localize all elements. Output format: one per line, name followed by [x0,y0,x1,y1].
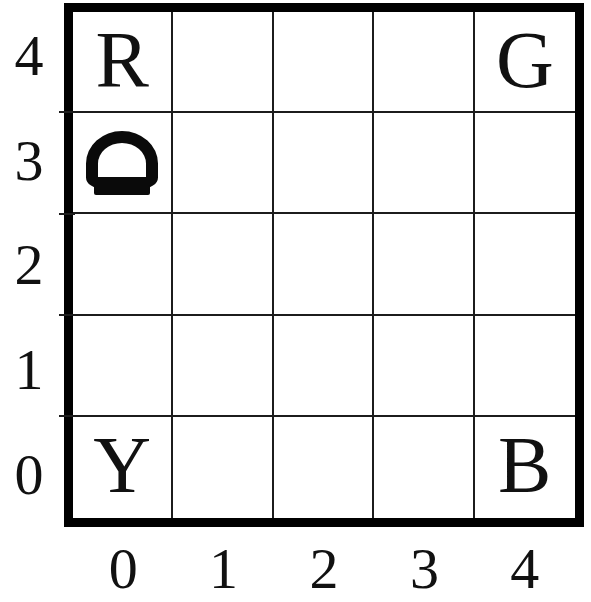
cell-x3-y1 [374,316,474,417]
landmark-B: B [498,425,551,505]
grid-line-tick [59,314,75,316]
landmark-Y: Y [93,425,151,505]
grid-line-tick [59,111,75,113]
cell-x0-y3 [73,113,173,214]
agent-dome-shape [86,131,158,189]
cell-x2-y4 [274,12,374,113]
cell-x4-y4: G [475,12,575,113]
x-tick-1: 1 [173,536,273,600]
gridworld-board: R G Y B [64,3,584,527]
cell-x0-y0: Y [73,417,173,518]
agent-taxi-icon [86,131,158,195]
grid-line-tick [59,415,75,417]
cell-x0-y2 [73,214,173,315]
cell-x2-y2 [274,214,374,315]
x-tick-4: 4 [475,536,575,600]
cell-x3-y2 [374,214,474,315]
cell-x0-y1 [73,316,173,417]
cell-x4-y1 [475,316,575,417]
x-axis-labels: 0 1 2 3 4 [64,536,584,600]
grid-line-tick [59,213,75,215]
cell-x3-y3 [374,113,474,214]
cell-x4-y0: B [475,417,575,518]
cell-x1-y3 [173,113,273,214]
cell-x2-y1 [274,316,374,417]
y-tick-0: 0 [0,422,58,527]
cell-x4-y3 [475,113,575,214]
cell-x2-y0 [274,417,374,518]
cell-x1-y4 [173,12,273,113]
agent-base-shape [94,185,150,195]
y-tick-4: 4 [0,3,58,108]
cell-x2-y3 [274,113,374,214]
cell-x1-y0 [173,417,273,518]
x-tick-3: 3 [374,536,474,600]
landmark-G: G [496,20,554,100]
cell-x3-y4 [374,12,474,113]
x-tick-2: 2 [274,536,374,600]
y-tick-2: 2 [0,213,58,318]
cell-x0-y4: R [73,12,173,113]
cell-x3-y0 [374,417,474,518]
y-axis-labels: 4 3 2 1 0 [0,3,58,527]
x-tick-0: 0 [73,536,173,600]
cell-x1-y2 [173,214,273,315]
cell-x4-y2 [475,214,575,315]
cell-x1-y1 [173,316,273,417]
y-tick-3: 3 [0,108,58,213]
landmark-R: R [96,20,149,100]
y-tick-1: 1 [0,317,58,422]
